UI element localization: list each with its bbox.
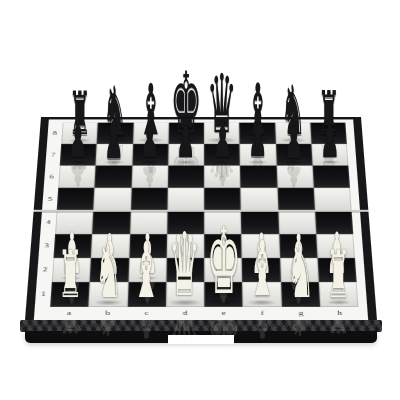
square-f5[interactable]: [241, 188, 278, 211]
square-f7[interactable]: [240, 144, 277, 166]
rank-label-8: 8: [47, 123, 63, 144]
square-g8[interactable]: [275, 123, 311, 144]
square-a4[interactable]: [55, 211, 93, 234]
square-a6[interactable]: [58, 166, 96, 188]
square-d7[interactable]: [168, 144, 204, 166]
rank-label-3: 3: [38, 234, 55, 258]
square-c3[interactable]: [129, 234, 167, 258]
square-b4[interactable]: [92, 211, 130, 234]
square-d1[interactable]: [166, 282, 205, 307]
square-a8[interactable]: [61, 123, 98, 144]
square-f1[interactable]: [242, 282, 281, 307]
square-c7[interactable]: [132, 144, 168, 166]
square-e7[interactable]: [204, 144, 240, 166]
square-b1[interactable]: [89, 282, 128, 307]
square-b5[interactable]: [94, 188, 132, 211]
rank-label-7: 7: [45, 144, 61, 166]
square-f3[interactable]: [241, 234, 279, 258]
rank-label-5: 5: [42, 188, 58, 211]
square-g5[interactable]: [277, 188, 315, 211]
square-g1[interactable]: [280, 282, 319, 307]
square-a1[interactable]: [50, 282, 90, 307]
square-f8[interactable]: [239, 123, 275, 144]
square-c2[interactable]: [128, 258, 166, 282]
chess-board: 87654321abcdefgh: [25, 117, 377, 322]
square-a5[interactable]: [57, 188, 95, 211]
square-d5[interactable]: [167, 188, 204, 211]
rank-label-2: 2: [37, 258, 54, 282]
square-d2[interactable]: [166, 258, 204, 282]
square-b7[interactable]: [96, 144, 133, 166]
square-h3[interactable]: [316, 234, 355, 258]
square-a2[interactable]: [52, 258, 91, 282]
square-c5[interactable]: [130, 188, 167, 211]
square-c6[interactable]: [131, 166, 168, 188]
square-b2[interactable]: [90, 258, 129, 282]
square-b6[interactable]: [95, 166, 132, 188]
square-e2[interactable]: [204, 258, 242, 282]
square-h4[interactable]: [315, 211, 354, 234]
square-f6[interactable]: [240, 166, 277, 188]
square-f4[interactable]: [241, 211, 279, 234]
square-e4[interactable]: [204, 211, 241, 234]
square-h2[interactable]: [317, 258, 356, 282]
board-front-edge: [20, 320, 382, 332]
square-g6[interactable]: [276, 166, 313, 188]
square-c8[interactable]: [133, 123, 169, 144]
square-d6[interactable]: [168, 166, 204, 188]
square-h6[interactable]: [312, 166, 350, 188]
square-a7[interactable]: [60, 144, 97, 166]
square-c1[interactable]: [127, 282, 166, 307]
square-d4[interactable]: [167, 211, 204, 234]
square-g3[interactable]: [279, 234, 318, 258]
square-d3[interactable]: [167, 234, 205, 258]
square-h5[interactable]: [314, 188, 352, 211]
square-g4[interactable]: [278, 211, 316, 234]
square-h1[interactable]: [319, 282, 359, 307]
square-h8[interactable]: [310, 123, 347, 144]
square-g7[interactable]: [275, 144, 312, 166]
square-a3[interactable]: [53, 234, 92, 258]
square-d8[interactable]: [168, 123, 204, 144]
square-e8[interactable]: [204, 123, 240, 144]
rank-label-4: 4: [40, 211, 56, 234]
square-b3[interactable]: [91, 234, 129, 258]
square-h7[interactable]: [311, 144, 348, 166]
rank-label-1: 1: [35, 282, 52, 307]
square-g2[interactable]: [280, 258, 319, 282]
board-clasp-notch: [168, 335, 234, 344]
chess-set-photo: 87654321abcdefgh ♜♜♞♞♝♝♚♚♛♛♝♝♞♞♜♜♟♟♟♟♟♟♟…: [0, 0, 400, 400]
square-e6[interactable]: [204, 166, 241, 188]
square-e3[interactable]: [204, 234, 242, 258]
square-c4[interactable]: [130, 211, 168, 234]
square-b8[interactable]: [97, 123, 133, 144]
board-hinge-seam: [34, 210, 369, 212]
square-e5[interactable]: [204, 188, 241, 211]
square-e1[interactable]: [204, 282, 243, 307]
square-f2[interactable]: [242, 258, 281, 282]
rank-label-6: 6: [44, 166, 60, 188]
